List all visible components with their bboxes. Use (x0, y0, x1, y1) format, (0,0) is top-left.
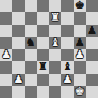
square-h5[interactable] (86, 37, 98, 49)
square-a1[interactable] (0, 86, 12, 98)
square-a8[interactable] (0, 0, 12, 12)
square-f4[interactable] (61, 49, 73, 61)
square-g6[interactable] (74, 25, 86, 37)
square-b3[interactable] (12, 61, 24, 73)
square-e2[interactable] (49, 74, 61, 86)
square-e4[interactable] (49, 49, 61, 61)
square-f3[interactable]: ♝ (61, 61, 73, 73)
square-e6[interactable] (49, 25, 61, 37)
piece-black-pawn[interactable]: ♟ (87, 25, 97, 37)
square-g3[interactable] (74, 61, 86, 73)
square-e5[interactable]: ♝ (49, 37, 61, 49)
square-h6[interactable]: ♟ (86, 25, 98, 37)
square-a3[interactable] (0, 61, 12, 73)
square-a4[interactable]: ♟ (0, 49, 12, 61)
piece-white-king[interactable]: ♚ (75, 86, 85, 98)
piece-white-pawn[interactable]: ♟ (75, 49, 85, 61)
square-d8[interactable] (37, 0, 49, 12)
square-c8[interactable] (25, 0, 37, 12)
square-d1[interactable] (37, 86, 49, 98)
square-b7[interactable] (12, 12, 24, 24)
square-e7[interactable]: ♜ (49, 12, 61, 24)
square-h3[interactable] (86, 61, 98, 73)
square-d7[interactable] (37, 12, 49, 24)
square-d3[interactable]: ♜ (37, 61, 49, 73)
square-e1[interactable] (49, 86, 61, 98)
square-a6[interactable] (0, 25, 12, 37)
square-c2[interactable] (25, 74, 37, 86)
square-b2[interactable]: ♟ (12, 74, 24, 86)
square-h1[interactable] (86, 86, 98, 98)
piece-black-king[interactable]: ♚ (75, 0, 85, 12)
piece-white-rook[interactable]: ♜ (50, 12, 60, 24)
square-d4[interactable] (37, 49, 49, 61)
square-g7[interactable] (74, 12, 86, 24)
square-f1[interactable] (61, 86, 73, 98)
square-a7[interactable] (0, 12, 12, 24)
square-e8[interactable] (49, 0, 61, 12)
piece-black-rook[interactable]: ♜ (38, 61, 48, 73)
square-e3[interactable] (49, 61, 61, 73)
square-f2[interactable]: ♟ (61, 74, 73, 86)
square-h2[interactable] (86, 74, 98, 86)
square-g1[interactable]: ♚ (74, 86, 86, 98)
square-h4[interactable] (86, 49, 98, 61)
chess-board: ♚♜♟♞♝♟♟♟♜♝♟♟♚ (0, 0, 98, 98)
square-g4[interactable]: ♟ (74, 49, 86, 61)
square-g2[interactable] (74, 74, 86, 86)
square-b6[interactable] (12, 25, 24, 37)
square-a2[interactable] (0, 74, 12, 86)
square-c3[interactable] (25, 61, 37, 73)
piece-black-pawn[interactable]: ♟ (75, 37, 85, 49)
square-d5[interactable] (37, 37, 49, 49)
square-b1[interactable] (12, 86, 24, 98)
piece-white-pawn[interactable]: ♟ (62, 74, 72, 86)
square-c1[interactable] (25, 86, 37, 98)
piece-black-bishop[interactable]: ♝ (62, 61, 72, 73)
piece-white-pawn[interactable]: ♟ (13, 74, 23, 86)
square-g5[interactable]: ♟ (74, 37, 86, 49)
piece-white-pawn[interactable]: ♟ (1, 49, 11, 61)
square-b4[interactable] (12, 49, 24, 61)
square-b5[interactable] (12, 37, 24, 49)
square-b8[interactable] (12, 0, 24, 12)
piece-white-bishop[interactable]: ♝ (50, 37, 60, 49)
square-h8[interactable] (86, 0, 98, 12)
square-c5[interactable]: ♞ (25, 37, 37, 49)
square-c7[interactable] (25, 12, 37, 24)
square-f7[interactable] (61, 12, 73, 24)
square-g8[interactable]: ♚ (74, 0, 86, 12)
square-c6[interactable] (25, 25, 37, 37)
square-h7[interactable] (86, 12, 98, 24)
chess-diagram: ♚♜♟♞♝♟♟♟♜♝♟♟♚ (0, 0, 98, 98)
square-d2[interactable] (37, 74, 49, 86)
square-c4[interactable] (25, 49, 37, 61)
square-f5[interactable] (61, 37, 73, 49)
square-d6[interactable] (37, 25, 49, 37)
square-f8[interactable] (61, 0, 73, 12)
square-f6[interactable] (61, 25, 73, 37)
piece-black-knight[interactable]: ♞ (26, 37, 36, 49)
square-a5[interactable] (0, 37, 12, 49)
